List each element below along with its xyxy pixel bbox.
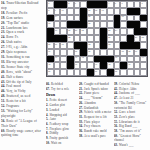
cell-number: 21: [75, 29, 77, 31]
white-cell[interactable]: [107, 8, 114, 15]
white-cell[interactable]: [120, 56, 127, 63]
clue-text: Wait on: [51, 141, 61, 145]
white-cell[interactable]: [114, 35, 121, 42]
white-cell[interactable]: 45: [47, 62, 54, 69]
cell-number: 39: [135, 50, 137, 52]
white-cell[interactable]: [67, 49, 74, 56]
white-cell[interactable]: 4: [107, 1, 114, 8]
white-cell[interactable]: [114, 8, 121, 15]
black-cell: [100, 35, 107, 42]
black-cell: [60, 1, 67, 8]
white-cell[interactable]: [127, 56, 134, 63]
white-cell[interactable]: [127, 15, 134, 22]
clue-text: Helper: Abbr.: [119, 87, 137, 91]
black-cell: [80, 42, 87, 49]
black-cell: [87, 69, 94, 76]
clue-text: "The Family Circus" cartoonist Bil: [114, 101, 146, 110]
black-cell: [107, 56, 114, 63]
black-cell: [100, 1, 107, 8]
white-cell[interactable]: 21: [74, 28, 81, 35]
black-cell: [54, 35, 61, 42]
cell-number: 41: [75, 56, 77, 58]
black-cell: [94, 1, 101, 8]
clue-text: Off the tip of Italy: [6, 80, 31, 84]
white-cell[interactable]: 34: [47, 49, 54, 56]
clue-text: Something to run: [6, 55, 29, 59]
white-cell[interactable]: [87, 35, 94, 42]
white-cell[interactable]: [74, 8, 81, 15]
white-cell[interactable]: 33: [107, 42, 114, 49]
white-cell[interactable]: 31: [60, 42, 67, 49]
cell-number: 14: [55, 15, 57, 17]
clue-text: Prey chasers: [84, 124, 100, 128]
clue-text: "Greatest Show" channel: [114, 134, 141, 143]
black-cell: [74, 42, 81, 49]
clue-text: Gave a hoot: [119, 110, 135, 114]
white-cell[interactable]: [140, 42, 147, 49]
clue-text: Diddly: [50, 131, 59, 135]
cell-number: 12: [95, 9, 97, 11]
cell-number: 9: [55, 9, 56, 11]
clue-text: Garden plot: [50, 103, 66, 107]
clue-text: "Top Hat" studio: [6, 21, 29, 25]
white-cell[interactable]: 22: [80, 28, 87, 35]
clue-text: Sooner State city: [6, 65, 29, 69]
clue-text: "I'm aware of it": [119, 129, 141, 133]
cell-number: 43: [115, 56, 117, 58]
white-cell[interactable]: 6: [120, 1, 127, 8]
white-cell[interactable]: 7: [140, 1, 147, 8]
cell-number: 1: [48, 2, 49, 4]
cell-number: 15: [88, 15, 90, 17]
cell-number: 49: [128, 63, 130, 65]
white-cell[interactable]: [134, 15, 141, 22]
black-cell: [134, 21, 141, 28]
clue-text: Fruity garnish: [50, 136, 69, 140]
black-cell: [67, 56, 74, 63]
black-cell: [87, 1, 94, 8]
cell-number: 38: [128, 50, 130, 52]
cell-number: 25: [68, 36, 70, 38]
white-cell[interactable]: [127, 28, 134, 35]
cell-number: 27: [135, 36, 137, 38]
cell-number: 51: [95, 70, 97, 72]
white-cell[interactable]: [134, 56, 141, 63]
cell-number: 3: [75, 2, 76, 4]
white-cell[interactable]: 12: [94, 8, 101, 15]
white-cell[interactable]: [80, 1, 87, 8]
black-cell: [134, 42, 141, 49]
cell-number: 47: [95, 63, 97, 65]
clue: 10. Wait on: [46, 141, 77, 146]
white-cell[interactable]: 11: [87, 8, 94, 15]
clue-text: Try for a role: [51, 87, 69, 91]
black-cell: [114, 15, 121, 22]
cell-number: 5: [115, 2, 116, 4]
white-cell[interactable]: [140, 8, 147, 15]
clue-text: ___, "Venom": [84, 96, 102, 100]
white-cell[interactable]: [140, 69, 147, 76]
clue-column-b: 66. Refolded67. Try for a roleDown1. Pet…: [46, 82, 77, 149]
white-cell[interactable]: [134, 1, 141, 8]
white-cell[interactable]: [120, 69, 127, 76]
white-cell[interactable]: [60, 56, 67, 63]
clue-text: Wasn't ___: [119, 143, 133, 147]
cell-number: 42: [82, 56, 84, 58]
clue-text: Request for a lift: [84, 115, 107, 119]
crossword-page: 1234567891011121314151617181920212223242…: [0, 0, 150, 150]
clue: 63. Wasn't ___: [114, 143, 149, 148]
clue-text: Jawbone of ___: [119, 91, 140, 95]
black-cell: [67, 21, 74, 28]
clue-text: Jack Sprat's taboo: [84, 87, 108, 91]
white-cell[interactable]: 29: [47, 42, 54, 49]
white-cell[interactable]: [67, 8, 74, 15]
black-cell: [134, 8, 141, 15]
white-cell[interactable]: 26: [107, 35, 114, 42]
clue-text: Utah native: [6, 40, 22, 44]
white-cell[interactable]: [94, 15, 101, 22]
white-cell[interactable]: 51: [94, 69, 101, 76]
white-cell[interactable]: 17: [47, 21, 54, 28]
white-cell[interactable]: 24: [114, 28, 121, 35]
cell-number: 22: [82, 29, 84, 31]
black-cell: [114, 21, 121, 28]
white-cell[interactable]: [54, 49, 61, 56]
clue-text: Abandon: [84, 101, 96, 105]
cell-number: 36: [88, 50, 90, 52]
clue-text: Lunchroom lure: [6, 26, 28, 30]
black-cell: [134, 28, 141, 35]
white-cell[interactable]: [87, 28, 94, 35]
clue-text: Fragrance: [6, 104, 19, 108]
cell-number: 7: [142, 2, 143, 4]
white-cell[interactable]: 14: [54, 15, 61, 22]
white-cell[interactable]: [107, 49, 114, 56]
white-cell[interactable]: 38: [127, 49, 134, 56]
white-cell[interactable]: 43: [114, 56, 121, 63]
white-cell[interactable]: [54, 69, 61, 76]
white-cell[interactable]: [87, 62, 94, 69]
clue-text: Open a crack: [6, 30, 24, 34]
white-cell[interactable]: 23: [107, 28, 114, 35]
white-cell[interactable]: [94, 21, 101, 28]
white-cell[interactable]: [60, 28, 67, 35]
cell-number: 24: [115, 29, 117, 31]
white-cell[interactable]: [94, 42, 101, 49]
white-cell[interactable]: 10: [60, 8, 67, 15]
black-cell: [107, 69, 114, 76]
cell-number: 8: [48, 9, 49, 11]
white-cell[interactable]: [54, 21, 61, 28]
cell-number: 31: [62, 43, 64, 45]
clue-text: Foul mood: [6, 84, 21, 88]
clue-text: Hourly wage earner, after quitting time: [1, 129, 41, 138]
cell-number: 16: [122, 15, 124, 17]
clue-text: Refolded: [51, 82, 63, 86]
white-cell[interactable]: [94, 35, 101, 42]
cell-number: 29: [48, 43, 50, 45]
cell-number: 52: [115, 70, 117, 72]
white-cell[interactable]: 32: [87, 42, 94, 49]
clue: 56. Rosie of "A League of Their Own": [1, 119, 44, 129]
black-cell: [100, 62, 107, 69]
clue: 50. "The Family Circus" cartoonist Bil: [114, 101, 149, 110]
cell-number: 28: [142, 36, 144, 38]
clue-text: Half a dance: [6, 75, 23, 79]
cell-number: 46: [75, 63, 77, 65]
white-cell[interactable]: [120, 8, 127, 15]
white-cell[interactable]: [127, 1, 134, 8]
white-cell[interactable]: 30: [54, 42, 61, 49]
white-cell[interactable]: [114, 62, 121, 69]
cell-number: 34: [48, 50, 50, 52]
white-cell[interactable]: 46: [74, 62, 81, 69]
black-cell: [140, 15, 147, 22]
black-cell: [120, 42, 127, 49]
clue-text: Shopping aid: [50, 113, 67, 117]
white-cell[interactable]: [114, 42, 121, 49]
white-cell[interactable]: 1: [47, 1, 54, 8]
clue-text: Outlandish: [84, 106, 98, 110]
clue-text: Feathery wrap: [50, 122, 69, 126]
white-cell[interactable]: [107, 15, 114, 22]
white-cell[interactable]: [60, 21, 67, 28]
black-cell: [100, 28, 107, 35]
white-cell[interactable]: [140, 62, 147, 69]
clue: 53. "Waiting for Lefty" playwright: [1, 109, 44, 119]
clue-text: Loaded: [50, 108, 60, 112]
white-cell[interactable]: [120, 21, 127, 28]
clue-text: At least 21: [119, 96, 134, 100]
white-cell[interactable]: 9: [54, 8, 61, 15]
white-cell[interactable]: [60, 49, 67, 56]
white-cell[interactable]: [67, 42, 74, 49]
clue-text: Colorful Nehru: [119, 82, 139, 86]
crossword-grid: 1234567891011121314151617181920212223242…: [46, 0, 148, 77]
white-cell[interactable]: [74, 69, 81, 76]
white-cell[interactable]: [60, 15, 67, 22]
clue-text: Petite dessert: [50, 98, 68, 102]
clue-text: I-95, e.g.: Abbr.: [6, 45, 28, 49]
black-cell: [47, 35, 54, 42]
black-cell: [80, 15, 87, 22]
white-cell[interactable]: 37: [120, 49, 127, 56]
clue-text: Fireplace glow: [50, 127, 70, 131]
cell-number: 2: [68, 2, 69, 4]
black-cell: [80, 8, 87, 15]
white-cell[interactable]: [100, 21, 107, 28]
clue-text: Vehicle with a meter: [84, 110, 111, 114]
white-cell[interactable]: 3: [74, 1, 81, 8]
white-cell[interactable]: 41: [74, 56, 81, 63]
clue-text: Born: Fr.: [6, 35, 18, 39]
black-cell: [67, 62, 74, 69]
black-cell: [74, 21, 81, 28]
white-cell[interactable]: [87, 56, 94, 63]
white-cell[interactable]: [60, 69, 67, 76]
white-cell[interactable]: [107, 21, 114, 28]
cell-number: 30: [55, 43, 57, 45]
white-cell[interactable]: 18: [87, 21, 94, 28]
black-cell: [54, 1, 61, 8]
white-cell[interactable]: 47: [94, 62, 101, 69]
clue-text: Gem surface: [6, 16, 23, 20]
white-cell[interactable]: [134, 69, 141, 76]
white-cell[interactable]: 2: [67, 1, 74, 8]
white-cell[interactable]: [100, 15, 107, 22]
black-cell: [127, 21, 134, 28]
cell-number: 33: [108, 43, 110, 45]
cell-number: 18: [88, 22, 90, 24]
white-cell[interactable]: 36: [87, 49, 94, 56]
white-cell[interactable]: [114, 49, 121, 56]
clue-text: Bundt cake mold: [84, 129, 106, 133]
black-cell: [127, 35, 134, 42]
black-cell: [140, 49, 147, 56]
white-cell[interactable]: [60, 62, 67, 69]
clue-text: Caught red-handed: [84, 82, 109, 86]
cell-number: 40: [55, 56, 57, 58]
white-cell[interactable]: 27: [134, 35, 141, 42]
black-cell: [80, 21, 87, 28]
clue-text: Librarians do it: [119, 120, 140, 124]
white-cell[interactable]: [80, 69, 87, 76]
white-cell[interactable]: 52: [114, 69, 121, 76]
white-cell[interactable]: 13: [100, 8, 107, 15]
black-cell: [127, 42, 134, 49]
cell-number: 48: [108, 63, 110, 65]
cell-number: 20: [68, 29, 70, 31]
clue: 16. Trans-Siberian Railroad stop: [1, 1, 44, 11]
white-cell[interactable]: 8: [47, 8, 54, 15]
white-cell[interactable]: 42: [80, 56, 87, 63]
white-cell[interactable]: [100, 69, 107, 76]
clue-text: Auto: [50, 117, 56, 121]
cell-number: 19: [55, 29, 57, 31]
clue-text: Big Band ___: [119, 124, 137, 128]
white-cell[interactable]: 50: [47, 69, 54, 76]
cell-number: 45: [48, 63, 50, 65]
white-cell[interactable]: [94, 28, 101, 35]
white-cell[interactable]: 5: [114, 1, 121, 8]
black-cell: [100, 42, 107, 49]
black-cell: [100, 56, 107, 63]
white-cell[interactable]: 49: [127, 62, 134, 69]
clue-text: Rests for a bit: [6, 99, 25, 103]
black-cell: [94, 56, 101, 63]
clue-text: Blu-ray ancestor: [6, 60, 28, 64]
clue-text: Flute player: [84, 120, 100, 124]
white-cell[interactable]: [94, 49, 101, 56]
white-cell[interactable]: [80, 62, 87, 69]
white-cell[interactable]: [54, 62, 61, 69]
white-cell[interactable]: 15: [87, 15, 94, 22]
white-cell[interactable]: 44: [140, 56, 147, 63]
clue-text: "Waiting for Lefty" playwright: [1, 109, 33, 118]
white-cell[interactable]: 48: [107, 62, 114, 69]
cell-number: 26: [108, 36, 110, 38]
cell-number: 13: [102, 9, 104, 11]
cell-number: 23: [108, 29, 110, 31]
cell-number: 35: [75, 50, 77, 52]
white-cell[interactable]: 16: [120, 15, 127, 22]
down-clues-column-1: 20. Caught red-handed21. Jack Sprat's ta…: [79, 82, 112, 149]
white-cell[interactable]: [100, 49, 107, 56]
cell-number: 44: [142, 56, 144, 58]
white-cell[interactable]: 19: [54, 28, 61, 35]
white-cell[interactable]: [74, 35, 81, 42]
white-cell[interactable]: [120, 28, 127, 35]
black-cell: [60, 35, 67, 42]
cell-number: 32: [88, 43, 90, 45]
clue-text: Peculiar: Prefix: [6, 11, 27, 15]
white-cell[interactable]: [67, 15, 74, 22]
cell-number: 4: [108, 2, 109, 4]
clue-text: Rove, with "about": [6, 70, 32, 74]
clue-text: Zero's place: [119, 115, 135, 119]
clue-text: Very, in Vichy: [6, 89, 26, 93]
white-cell[interactable]: [67, 69, 74, 76]
white-cell[interactable]: 39: [134, 49, 141, 56]
black-cell: [127, 8, 134, 15]
cell-number: 11: [88, 9, 90, 11]
white-cell[interactable]: [120, 35, 127, 42]
white-cell[interactable]: 25: [67, 35, 74, 42]
cell-number: 6: [122, 2, 123, 4]
down-clues-column-2: 39. Colorful Nehru42. Helper: Abbr.44. J…: [114, 82, 149, 149]
across-clues-column: 16. Trans-Siberian Railroad stop18. Pecu…: [1, 1, 44, 149]
white-cell[interactable]: [134, 62, 141, 69]
black-cell: [80, 49, 87, 56]
black-cell: [47, 15, 54, 22]
clue: 67. Try for a role: [46, 87, 77, 92]
white-cell[interactable]: 35: [74, 49, 81, 56]
cell-number: 17: [48, 22, 50, 24]
clue: 38. At a snail's pace: [79, 134, 112, 139]
clue-text: Rosie of "A League of Their Own": [1, 119, 37, 128]
clue-text: Trans-Siberian Railroad stop: [1, 1, 38, 10]
black-cell: [120, 62, 127, 69]
cell-number: 10: [62, 9, 64, 11]
white-cell[interactable]: 28: [140, 35, 147, 42]
clue-text: Quiz responses: [6, 50, 26, 54]
clue-text: Piano piece: [84, 91, 99, 95]
white-cell[interactable]: 40: [54, 56, 61, 63]
clue-text: Scattered, as seed: [6, 94, 30, 98]
clue: 60. "Greatest Show" channel: [114, 134, 149, 143]
clue: 60. Hourly wage earner, after quitting t…: [1, 129, 44, 139]
black-cell: [140, 28, 147, 35]
cell-number: 37: [122, 50, 124, 52]
white-cell[interactable]: [74, 15, 81, 22]
white-cell[interactable]: [80, 35, 87, 42]
white-cell[interactable]: 20: [67, 28, 74, 35]
black-cell: [47, 56, 54, 63]
white-cell[interactable]: [140, 21, 147, 28]
black-cell: [47, 28, 54, 35]
cell-number: 50: [48, 70, 50, 72]
white-cell[interactable]: [127, 69, 134, 76]
clue-text: At a snail's pace: [84, 134, 106, 138]
